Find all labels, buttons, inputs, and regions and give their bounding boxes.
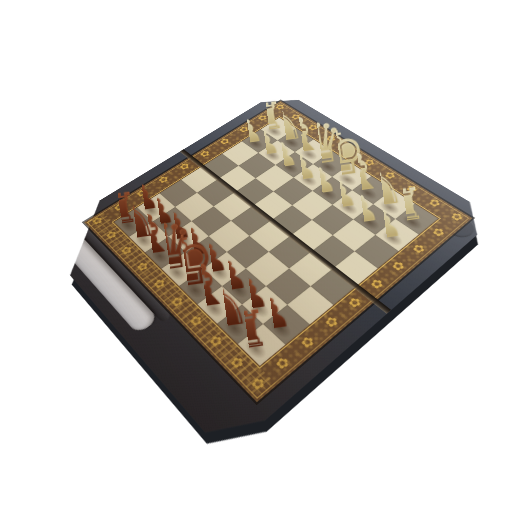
gold-flower-icon: ✿	[322, 314, 342, 330]
white-pawn-icon: ♟	[366, 205, 404, 245]
piece-ivory-rook-h1[interactable]: ♜	[402, 185, 408, 227]
gold-flower-icon: ✿	[298, 333, 318, 350]
chess-set-product-photo: ✿✿✿✿✿✿✿✿✿✿✿✿✿✿✿✿✿✿✿✿✿✿✿✿✿✿✿✿✿✿✿✿✿✿✿✿ ♜♞♝…	[0, 0, 512, 512]
gold-flower-icon: ✿	[448, 210, 466, 223]
camera-rotation-wrapper: ✿✿✿✿✿✿✿✿✿✿✿✿✿✿✿✿✿✿✿✿✿✿✿✿✿✿✿✿✿✿✿✿✿✿✿✿ ♜♞♝…	[0, 0, 512, 512]
chess-case: ✿✿✿✿✿✿✿✿✿✿✿✿✿✿✿✿✿✿✿✿✿✿✿✿✿✿✿✿✿✿✿✿✿✿✿✿ ♜♞♝…	[38, 90, 496, 456]
piece-ivory-pawn-h2[interactable]: ♟	[383, 207, 388, 242]
gold-flower-icon: ✿	[410, 242, 428, 256]
gold-flower-icon: ✿	[389, 259, 408, 273]
piece-brown-rook-h8[interactable]: ♜	[243, 306, 250, 354]
gold-flower-icon: ✿	[345, 295, 364, 311]
piece-brown-pawn-h7[interactable]: ♟	[269, 294, 274, 333]
piece-ivory-pawn-g2[interactable]: ♟	[360, 192, 365, 226]
black-rook-icon: ♜	[220, 303, 272, 357]
gold-flower-icon: ✿	[248, 374, 269, 393]
